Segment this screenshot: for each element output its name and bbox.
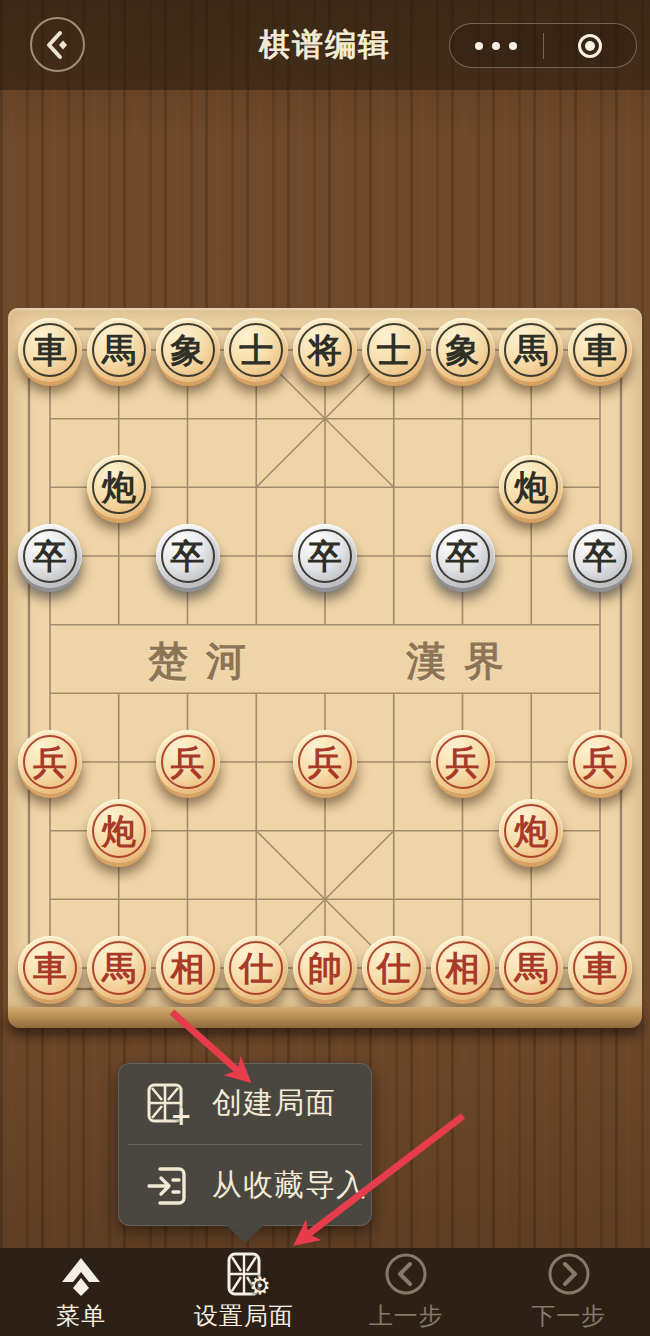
record-circle-icon (578, 34, 602, 58)
piece-red-兵[interactable]: 兵 (568, 730, 632, 794)
nav-next-step-label: 下一步 (531, 1300, 606, 1332)
piece-red-車[interactable]: 車 (568, 936, 632, 1000)
piece-red-仕[interactable]: 仕 (224, 936, 288, 1000)
create-board-icon: + (146, 1083, 188, 1125)
piece-black-車[interactable]: 車 (18, 318, 82, 382)
header: 棋谱编辑 (0, 0, 650, 90)
nav-menu[interactable]: 菜单 (0, 1248, 163, 1336)
piece-red-仕[interactable]: 仕 (362, 936, 426, 1000)
nav-menu-label: 菜单 (56, 1300, 106, 1332)
piece-red-馬[interactable]: 馬 (87, 936, 151, 1000)
plus-glyph: + (170, 1101, 192, 1131)
river-label-left: 楚河 (148, 634, 264, 689)
piece-red-相[interactable]: 相 (156, 936, 220, 1000)
gear-icon: ⚙ (249, 1274, 271, 1298)
import-icon (146, 1165, 188, 1207)
piece-red-炮[interactable]: 炮 (87, 799, 151, 863)
nav-setup-position[interactable]: ⚙ 设置局面 (163, 1248, 326, 1336)
board-gear-icon: ⚙ (226, 1252, 262, 1296)
piece-red-車[interactable]: 車 (18, 936, 82, 1000)
xiangqi-board[interactable]: 楚河 漢界 車馬象士将士象馬車炮炮卒卒卒卒卒兵兵兵兵兵炮炮車馬相仕帥仕相馬車 (8, 308, 642, 1008)
bottom-nav: 菜单 ⚙ 设置局面 上一步 下一步 (0, 1248, 650, 1336)
piece-red-馬[interactable]: 馬 (499, 936, 563, 1000)
piece-black-士[interactable]: 士 (362, 318, 426, 382)
piece-black-士[interactable]: 士 (224, 318, 288, 382)
miniprogram-capsule (449, 23, 637, 68)
piece-red-相[interactable]: 相 (431, 936, 495, 1000)
menu-up-icon (58, 1252, 104, 1296)
ellipsis-icon (475, 42, 517, 50)
more-menu-button[interactable] (450, 24, 543, 67)
piece-black-馬[interactable]: 馬 (87, 318, 151, 382)
piece-black-象[interactable]: 象 (156, 318, 220, 382)
setup-popup-menu: + 创建局面 从收藏导入 (118, 1063, 372, 1226)
piece-red-兵[interactable]: 兵 (156, 730, 220, 794)
piece-red-兵[interactable]: 兵 (293, 730, 357, 794)
piece-black-将[interactable]: 将 (293, 318, 357, 382)
piece-black-卒[interactable]: 卒 (568, 524, 632, 588)
piece-black-炮[interactable]: 炮 (87, 455, 151, 519)
chevron-right-circle-icon (547, 1252, 591, 1296)
piece-red-帥[interactable]: 帥 (293, 936, 357, 1000)
piece-black-卒[interactable]: 卒 (293, 524, 357, 588)
close-minimize-button[interactable] (544, 24, 637, 67)
piece-black-象[interactable]: 象 (431, 318, 495, 382)
nav-previous-step[interactable]: 上一步 (325, 1248, 488, 1336)
board-front-edge (8, 1007, 642, 1028)
piece-red-兵[interactable]: 兵 (431, 730, 495, 794)
board-grid (8, 308, 642, 1008)
chevron-left-circle-icon (384, 1252, 428, 1296)
piece-red-炮[interactable]: 炮 (499, 799, 563, 863)
piece-black-車[interactable]: 車 (568, 318, 632, 382)
import-from-favorites-item[interactable]: 从收藏导入 (118, 1145, 372, 1226)
nav-previous-step-label: 上一步 (369, 1300, 444, 1332)
nav-next-step[interactable]: 下一步 (488, 1248, 650, 1336)
import-from-favorites-label: 从收藏导入 (212, 1165, 367, 1206)
piece-black-卒[interactable]: 卒 (156, 524, 220, 588)
piece-black-馬[interactable]: 馬 (499, 318, 563, 382)
create-position-label: 创建局面 (212, 1083, 336, 1124)
nav-setup-position-label: 设置局面 (194, 1300, 294, 1332)
river-label-right: 漢界 (406, 634, 522, 689)
create-position-item[interactable]: + 创建局面 (118, 1063, 372, 1144)
piece-black-卒[interactable]: 卒 (18, 524, 82, 588)
piece-black-卒[interactable]: 卒 (431, 524, 495, 588)
piece-red-兵[interactable]: 兵 (18, 730, 82, 794)
